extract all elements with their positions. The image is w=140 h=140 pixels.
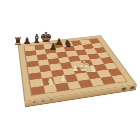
piece-black-pawn: ♟	[23, 37, 31, 46]
piece-white-knight: ♞	[47, 77, 56, 87]
piece-black-rook: ♜	[14, 37, 23, 47]
piece-white-pawn: ♟	[59, 74, 67, 83]
piece-black-pawn: ♟	[55, 38, 63, 47]
piece-white-knight: ♞	[89, 64, 98, 74]
piece-black-knight: ♞	[64, 39, 73, 49]
pieces-layer: ♜♟♝♚♟♟♞♟♚♞♞♟	[0, 0, 140, 140]
chess-set-product-photo: ♜♟♝♚♟♟♞♟♚♞♞♟	[0, 0, 140, 140]
